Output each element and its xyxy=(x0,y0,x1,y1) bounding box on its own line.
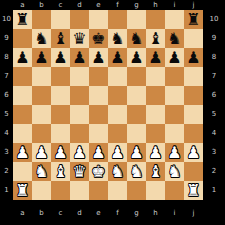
piece-black-knight[interactable]: ♞ xyxy=(165,29,184,48)
rank-label-right-9: 9 xyxy=(203,29,225,48)
square-a9[interactable] xyxy=(13,29,32,48)
piece-white-pawn[interactable]: ♟ xyxy=(89,143,108,162)
square-c5[interactable] xyxy=(51,105,70,124)
rank-label-left-10: 10 xyxy=(0,10,13,29)
square-j9[interactable] xyxy=(184,29,203,48)
square-g3[interactable]: ♟ xyxy=(127,143,146,162)
rank-label-right-4: 4 xyxy=(203,124,225,143)
file-labels-bottom: abcdefghij xyxy=(13,205,203,221)
piece-white-knight[interactable]: ♞ xyxy=(165,162,184,181)
file-label-top-g: g xyxy=(127,0,146,10)
file-label-bottom-d: d xyxy=(70,205,89,221)
file-label-bottom-j: j xyxy=(184,205,203,221)
square-d6[interactable] xyxy=(70,86,89,105)
file-label-bottom-i: i xyxy=(165,205,184,221)
square-d8[interactable]: ♟ xyxy=(70,48,89,67)
square-f8[interactable]: ♟ xyxy=(108,48,127,67)
rank-label-right-10: 10 xyxy=(203,10,225,29)
square-i8[interactable]: ♟ xyxy=(165,48,184,67)
rank-label-right-7: 7 xyxy=(203,67,225,86)
file-label-bottom-c: c xyxy=(51,205,70,221)
square-j6[interactable] xyxy=(184,86,203,105)
file-label-top-i: i xyxy=(165,0,184,10)
square-g10[interactable] xyxy=(127,10,146,29)
file-label-top-f: f xyxy=(108,0,127,10)
file-label-top-a: a xyxy=(13,0,32,10)
square-c3[interactable]: ♟ xyxy=(51,143,70,162)
square-c6[interactable] xyxy=(51,86,70,105)
chess-app-screen: abcdefghij 10987654321 ♜♜♞♝♛♚♞♞♝♞♟♟♟♟♟♟♟… xyxy=(0,0,225,225)
square-i4[interactable] xyxy=(165,124,184,143)
piece-black-rook[interactable]: ♜ xyxy=(13,10,32,29)
file-label-top-d: d xyxy=(70,0,89,10)
file-label-bottom-h: h xyxy=(146,205,165,221)
piece-white-knight[interactable]: ♞ xyxy=(127,162,146,181)
square-e6[interactable] xyxy=(89,86,108,105)
file-label-top-e: e xyxy=(89,0,108,10)
piece-white-pawn[interactable]: ♟ xyxy=(127,143,146,162)
piece-white-knight[interactable]: ♞ xyxy=(108,162,127,181)
file-label-bottom-e: e xyxy=(89,205,108,221)
square-e9[interactable]: ♚ xyxy=(89,29,108,48)
file-label-top-j: j xyxy=(184,0,203,10)
rank-label-left-9: 9 xyxy=(0,29,13,48)
square-f10[interactable] xyxy=(108,10,127,29)
square-e1[interactable] xyxy=(89,181,108,200)
square-c8[interactable]: ♟ xyxy=(51,48,70,67)
square-j7[interactable] xyxy=(184,67,203,86)
file-label-top-b: b xyxy=(32,0,51,10)
square-i1[interactable] xyxy=(165,181,184,200)
piece-black-pawn[interactable]: ♟ xyxy=(13,48,32,67)
square-f7[interactable] xyxy=(108,67,127,86)
square-h3[interactable]: ♟ xyxy=(146,143,165,162)
square-e4[interactable] xyxy=(89,124,108,143)
piece-black-queen[interactable]: ♛ xyxy=(70,29,89,48)
square-d2[interactable]: ♛ xyxy=(70,162,89,181)
square-g5[interactable] xyxy=(127,105,146,124)
file-label-bottom-a: a xyxy=(13,205,32,221)
square-g7[interactable] xyxy=(127,67,146,86)
square-b6[interactable] xyxy=(32,86,51,105)
piece-black-pawn[interactable]: ♟ xyxy=(184,48,203,67)
square-g1[interactable] xyxy=(127,181,146,200)
rank-labels-left: 10987654321 xyxy=(0,10,13,200)
square-i6[interactable] xyxy=(165,86,184,105)
square-a1[interactable]: ♜ xyxy=(13,181,32,200)
square-d3[interactable]: ♟ xyxy=(70,143,89,162)
square-a4[interactable] xyxy=(13,124,32,143)
piece-black-pawn[interactable]: ♟ xyxy=(165,48,184,67)
square-e3[interactable]: ♟ xyxy=(89,143,108,162)
piece-black-king[interactable]: ♚ xyxy=(89,29,108,48)
square-h5[interactable] xyxy=(146,105,165,124)
piece-white-pawn[interactable]: ♟ xyxy=(13,143,32,162)
piece-white-queen[interactable]: ♛ xyxy=(70,162,89,181)
rank-label-left-1: 1 xyxy=(0,181,13,200)
square-g8[interactable]: ♟ xyxy=(127,48,146,67)
file-label-bottom-f: f xyxy=(108,205,127,221)
piece-black-pawn[interactable]: ♟ xyxy=(146,48,165,67)
rank-label-left-4: 4 xyxy=(0,124,13,143)
square-b1[interactable] xyxy=(32,181,51,200)
square-b9[interactable]: ♞ xyxy=(32,29,51,48)
rank-label-right-1: 1 xyxy=(203,181,225,200)
square-i5[interactable] xyxy=(165,105,184,124)
square-b10[interactable] xyxy=(32,10,51,29)
square-d10[interactable] xyxy=(70,10,89,29)
file-labels-top: abcdefghij xyxy=(13,0,203,10)
piece-white-pawn[interactable]: ♟ xyxy=(165,143,184,162)
square-f1[interactable] xyxy=(108,181,127,200)
square-j4[interactable] xyxy=(184,124,203,143)
piece-white-bishop[interactable]: ♝ xyxy=(51,162,70,181)
square-j8[interactable]: ♟ xyxy=(184,48,203,67)
piece-white-pawn[interactable]: ♟ xyxy=(146,143,165,162)
square-i2[interactable]: ♞ xyxy=(165,162,184,181)
piece-black-pawn[interactable]: ♟ xyxy=(108,48,127,67)
square-d4[interactable] xyxy=(70,124,89,143)
piece-black-knight[interactable]: ♞ xyxy=(108,29,127,48)
rank-label-left-7: 7 xyxy=(0,67,13,86)
square-e2[interactable]: ♚ xyxy=(89,162,108,181)
file-label-bottom-b: b xyxy=(32,205,51,221)
square-e10[interactable] xyxy=(89,10,108,29)
square-a8[interactable]: ♟ xyxy=(13,48,32,67)
square-h4[interactable] xyxy=(146,124,165,143)
rank-label-right-8: 8 xyxy=(203,48,225,67)
square-e8[interactable]: ♟ xyxy=(89,48,108,67)
piece-white-bishop[interactable]: ♝ xyxy=(146,162,165,181)
square-a10[interactable]: ♜ xyxy=(13,10,32,29)
square-f4[interactable] xyxy=(108,124,127,143)
chess-board: ♜♜♞♝♛♚♞♞♝♞♟♟♟♟♟♟♟♟♟♟♟♟♟♟♟♟♟♟♟♟♞♝♛♚♞♞♝♞♜♜ xyxy=(13,10,203,200)
piece-black-bishop[interactable]: ♝ xyxy=(146,29,165,48)
square-a6[interactable] xyxy=(13,86,32,105)
rank-label-right-3: 3 xyxy=(203,143,225,162)
square-d5[interactable] xyxy=(70,105,89,124)
square-h9[interactable]: ♝ xyxy=(146,29,165,48)
square-i10[interactable] xyxy=(165,10,184,29)
piece-white-pawn[interactable]: ♟ xyxy=(184,143,203,162)
piece-black-pawn[interactable]: ♟ xyxy=(89,48,108,67)
square-b8[interactable]: ♟ xyxy=(32,48,51,67)
square-j10[interactable]: ♜ xyxy=(184,10,203,29)
rank-labels-right: 10987654321 xyxy=(203,10,225,200)
piece-white-king[interactable]: ♚ xyxy=(89,162,108,181)
square-b4[interactable] xyxy=(32,124,51,143)
square-i7[interactable] xyxy=(165,67,184,86)
piece-white-pawn[interactable]: ♟ xyxy=(51,143,70,162)
square-c10[interactable] xyxy=(51,10,70,29)
file-label-top-h: h xyxy=(146,0,165,10)
square-j3[interactable]: ♟ xyxy=(184,143,203,162)
piece-white-pawn[interactable]: ♟ xyxy=(32,143,51,162)
piece-black-pawn[interactable]: ♟ xyxy=(70,48,89,67)
rank-label-left-2: 2 xyxy=(0,162,13,181)
square-h10[interactable] xyxy=(146,10,165,29)
square-c7[interactable] xyxy=(51,67,70,86)
rank-label-right-2: 2 xyxy=(203,162,225,181)
square-a7[interactable] xyxy=(13,67,32,86)
square-a2[interactable] xyxy=(13,162,32,181)
square-f9[interactable]: ♞ xyxy=(108,29,127,48)
piece-black-bishop[interactable]: ♝ xyxy=(51,29,70,48)
piece-black-pawn[interactable]: ♟ xyxy=(127,48,146,67)
piece-white-rook[interactable]: ♜ xyxy=(13,181,32,200)
square-f6[interactable] xyxy=(108,86,127,105)
square-b5[interactable] xyxy=(32,105,51,124)
piece-black-knight[interactable]: ♞ xyxy=(127,29,146,48)
piece-white-pawn[interactable]: ♟ xyxy=(70,143,89,162)
square-b2[interactable]: ♞ xyxy=(32,162,51,181)
square-a5[interactable] xyxy=(13,105,32,124)
square-j2[interactable] xyxy=(184,162,203,181)
square-h8[interactable]: ♟ xyxy=(146,48,165,67)
square-b3[interactable]: ♟ xyxy=(32,143,51,162)
square-h1[interactable] xyxy=(146,181,165,200)
piece-white-pawn[interactable]: ♟ xyxy=(108,143,127,162)
square-b7[interactable] xyxy=(32,67,51,86)
square-d9[interactable]: ♛ xyxy=(70,29,89,48)
square-h2[interactable]: ♝ xyxy=(146,162,165,181)
rank-label-right-6: 6 xyxy=(203,86,225,105)
piece-white-knight[interactable]: ♞ xyxy=(32,162,51,181)
square-c2[interactable]: ♝ xyxy=(51,162,70,181)
square-c9[interactable]: ♝ xyxy=(51,29,70,48)
square-c4[interactable] xyxy=(51,124,70,143)
rank-label-right-5: 5 xyxy=(203,105,225,124)
square-d1[interactable] xyxy=(70,181,89,200)
square-a3[interactable]: ♟ xyxy=(13,143,32,162)
square-f5[interactable] xyxy=(108,105,127,124)
square-j1[interactable]: ♜ xyxy=(184,181,203,200)
piece-black-rook[interactable]: ♜ xyxy=(184,10,203,29)
square-e7[interactable] xyxy=(89,67,108,86)
square-h6[interactable] xyxy=(146,86,165,105)
square-h7[interactable] xyxy=(146,67,165,86)
square-f3[interactable]: ♟ xyxy=(108,143,127,162)
rank-label-left-6: 6 xyxy=(0,86,13,105)
piece-black-knight[interactable]: ♞ xyxy=(32,29,51,48)
square-i9[interactable]: ♞ xyxy=(165,29,184,48)
square-d7[interactable] xyxy=(70,67,89,86)
piece-black-pawn[interactable]: ♟ xyxy=(32,48,51,67)
rank-label-left-5: 5 xyxy=(0,105,13,124)
square-g6[interactable] xyxy=(127,86,146,105)
piece-white-rook[interactable]: ♜ xyxy=(184,181,203,200)
square-c1[interactable] xyxy=(51,181,70,200)
square-f2[interactable]: ♞ xyxy=(108,162,127,181)
file-label-bottom-g: g xyxy=(127,205,146,221)
square-j5[interactable] xyxy=(184,105,203,124)
piece-black-pawn[interactable]: ♟ xyxy=(51,48,70,67)
square-e5[interactable] xyxy=(89,105,108,124)
square-g2[interactable]: ♞ xyxy=(127,162,146,181)
rank-label-left-3: 3 xyxy=(0,143,13,162)
rank-label-left-8: 8 xyxy=(0,48,13,67)
square-g9[interactable]: ♞ xyxy=(127,29,146,48)
square-g4[interactable] xyxy=(127,124,146,143)
file-label-top-c: c xyxy=(51,0,70,10)
square-i3[interactable]: ♟ xyxy=(165,143,184,162)
